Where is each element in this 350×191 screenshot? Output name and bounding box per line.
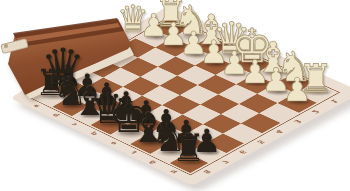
chess-set-photo: abcdefgh87654321 ♜♞♝♛♚♝♞♜♟♟♟♟♟♟♟♟♟♟♟♟♟♟♟… — [0, 0, 350, 191]
black-rook-h8[interactable]: ♜ — [172, 130, 206, 168]
white-pawn-h2[interactable]: ♟ — [282, 74, 311, 107]
tie-grommet-icon — [4, 44, 8, 48]
